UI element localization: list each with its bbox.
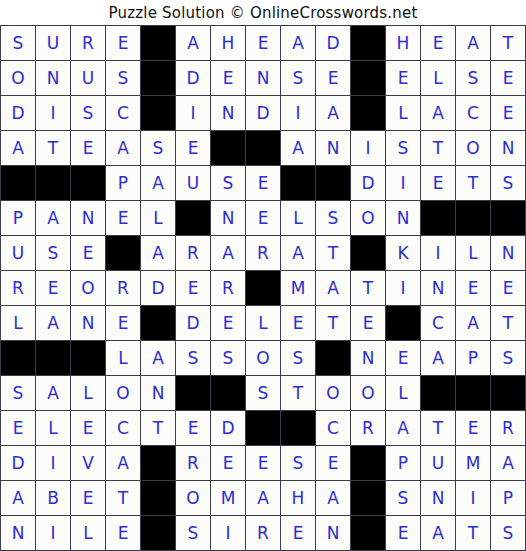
letter-cell[interactable]: I (421, 236, 455, 270)
letter-cell[interactable]: H (281, 481, 315, 515)
letter-cell[interactable]: N (36, 61, 70, 95)
black-cell (351, 236, 385, 270)
black-cell (36, 166, 70, 200)
letter-cell[interactable]: T (456, 166, 490, 200)
letter-cell[interactable]: U (36, 26, 70, 60)
letter-cell[interactable]: N (386, 201, 420, 235)
letter-cell[interactable]: L (36, 411, 70, 445)
letter-cell[interactable]: N (211, 201, 245, 235)
letter-cell[interactable]: A (141, 236, 175, 270)
letter-cell[interactable]: S (1, 376, 35, 410)
letter-cell[interactable]: D (1, 446, 35, 480)
letter-cell[interactable]: D (1, 96, 35, 130)
letter-cell[interactable]: P (456, 341, 490, 375)
letter-cell[interactable]: I (386, 271, 420, 305)
letter-cell[interactable]: O (71, 271, 105, 305)
letter-cell[interactable]: L (386, 376, 420, 410)
letter-cell[interactable]: R (1, 271, 35, 305)
letter-cell[interactable]: R (491, 411, 525, 445)
letter-cell[interactable]: E (1, 411, 35, 445)
letter-cell[interactable]: E (491, 61, 525, 95)
letter-cell[interactable]: D (316, 26, 350, 60)
black-cell (351, 26, 385, 60)
letter-cell[interactable]: N (1, 516, 35, 550)
letter-cell[interactable]: E (456, 271, 490, 305)
letter-cell[interactable]: S (176, 516, 210, 550)
letter-cell[interactable]: A (211, 236, 245, 270)
letter-cell[interactable]: S (386, 131, 420, 165)
letter-cell[interactable]: P (1, 201, 35, 235)
crossword-page: Puzzle Solution © OnlineCrosswords.net S… (0, 0, 526, 551)
letter-cell[interactable]: L (386, 96, 420, 130)
letter-cell[interactable]: N (211, 96, 245, 130)
letter-cell[interactable]: O (351, 376, 385, 410)
letter-cell[interactable]: D (211, 411, 245, 445)
black-cell (351, 516, 385, 550)
letter-cell[interactable]: E (386, 341, 420, 375)
letter-cell[interactable]: S (491, 166, 525, 200)
letter-cell[interactable]: L (141, 201, 175, 235)
letter-cell[interactable]: M (211, 481, 245, 515)
letter-cell[interactable]: L (1, 306, 35, 340)
letter-cell[interactable]: E (106, 201, 140, 235)
black-cell (246, 411, 280, 445)
letter-cell[interactable]: E (491, 271, 525, 305)
letter-cell[interactable]: E (211, 306, 245, 340)
letter-cell[interactable]: I (211, 516, 245, 550)
letter-cell[interactable]: A (281, 236, 315, 270)
black-cell (456, 376, 490, 410)
letter-cell[interactable]: S (211, 341, 245, 375)
black-cell (141, 61, 175, 95)
black-cell (491, 376, 525, 410)
letter-cell[interactable]: S (141, 131, 175, 165)
letter-cell[interactable]: S (491, 341, 525, 375)
letter-cell[interactable]: E (176, 131, 210, 165)
black-cell (316, 341, 350, 375)
black-cell (316, 166, 350, 200)
letter-cell[interactable]: R (246, 516, 280, 550)
letter-cell[interactable]: E (421, 166, 455, 200)
black-cell (141, 516, 175, 550)
letter-cell[interactable]: I (36, 96, 70, 130)
letter-cell[interactable]: I (456, 481, 490, 515)
letter-cell[interactable]: T (281, 376, 315, 410)
letter-cell[interactable]: E (421, 26, 455, 60)
letter-cell[interactable]: E (316, 61, 350, 95)
letter-cell[interactable]: E (106, 26, 140, 60)
letter-cell[interactable]: E (491, 96, 525, 130)
black-cell (71, 341, 105, 375)
page-title: Puzzle Solution © OnlineCrosswords.net (108, 4, 417, 22)
letter-cell[interactable]: R (246, 236, 280, 270)
letter-cell[interactable]: A (456, 26, 490, 60)
black-cell (281, 411, 315, 445)
letter-cell[interactable]: T (106, 481, 140, 515)
letter-cell[interactable]: E (281, 306, 315, 340)
letter-cell[interactable]: T (316, 306, 350, 340)
letter-cell[interactable]: A (456, 306, 490, 340)
letter-cell[interactable]: D (246, 96, 280, 130)
letter-cell[interactable]: O (316, 376, 350, 410)
letter-cell[interactable]: E (36, 271, 70, 305)
letter-cell[interactable]: A (36, 201, 70, 235)
letter-cell[interactable]: E (71, 481, 105, 515)
letter-cell[interactable]: N (71, 306, 105, 340)
black-cell (421, 376, 455, 410)
letter-cell[interactable]: B (36, 481, 70, 515)
black-cell (386, 306, 420, 340)
black-cell (456, 201, 490, 235)
letter-cell[interactable]: I (176, 96, 210, 130)
letter-cell[interactable]: A (421, 96, 455, 130)
letter-cell[interactable]: U (1, 236, 35, 270)
letter-cell[interactable]: L (71, 376, 105, 410)
black-cell (141, 481, 175, 515)
letter-cell[interactable]: E (246, 201, 280, 235)
letter-cell[interactable]: I (281, 96, 315, 130)
letter-cell[interactable]: E (71, 411, 105, 445)
letter-cell[interactable]: U (71, 61, 105, 95)
letter-cell[interactable]: S (281, 341, 315, 375)
letter-cell[interactable]: L (246, 306, 280, 340)
black-cell (1, 341, 35, 375)
black-cell (36, 341, 70, 375)
letter-cell[interactable]: T (316, 236, 350, 270)
letter-cell[interactable]: T (491, 26, 525, 60)
letter-cell[interactable]: R (211, 271, 245, 305)
letter-cell[interactable]: S (456, 61, 490, 95)
letter-cell[interactable]: I (351, 131, 385, 165)
letter-cell[interactable]: E (106, 306, 140, 340)
letter-cell[interactable]: A (36, 376, 70, 410)
letter-cell[interactable]: A (491, 446, 525, 480)
letter-cell[interactable]: R (71, 26, 105, 60)
letter-cell[interactable]: T (421, 411, 455, 445)
letter-cell[interactable]: E (246, 26, 280, 60)
letter-cell[interactable]: O (106, 376, 140, 410)
crossword-grid: SUREAHEADHEATONUSDENSEELSEDISCINDIALACEA… (0, 25, 526, 551)
letter-cell[interactable]: U (421, 446, 455, 480)
letter-cell[interactable]: A (141, 341, 175, 375)
letter-cell[interactable]: T (456, 516, 490, 550)
black-cell (141, 26, 175, 60)
letter-cell[interactable]: S (281, 446, 315, 480)
letter-cell[interactable]: C (106, 411, 140, 445)
letter-cell[interactable]: A (281, 26, 315, 60)
black-cell (491, 201, 525, 235)
letter-cell[interactable]: H (386, 26, 420, 60)
letter-cell[interactable]: E (106, 516, 140, 550)
letter-cell[interactable]: S (71, 96, 105, 130)
letter-cell[interactable]: E (246, 166, 280, 200)
letter-cell[interactable]: N (491, 131, 525, 165)
letter-cell[interactable]: E (211, 61, 245, 95)
letter-cell[interactable]: C (316, 411, 350, 445)
black-cell (141, 306, 175, 340)
letter-cell[interactable]: A (316, 271, 350, 305)
letter-cell[interactable]: E (456, 411, 490, 445)
letter-cell[interactable]: A (421, 341, 455, 375)
black-cell (71, 166, 105, 200)
letter-cell[interactable]: N (71, 201, 105, 235)
letter-cell[interactable]: I (386, 166, 420, 200)
black-cell (351, 446, 385, 480)
black-cell (176, 376, 210, 410)
black-cell (246, 271, 280, 305)
letter-cell[interactable]: O (246, 341, 280, 375)
letter-cell[interactable]: L (71, 516, 105, 550)
letter-cell[interactable]: A (281, 131, 315, 165)
letter-cell[interactable]: S (106, 61, 140, 95)
letter-cell[interactable]: E (176, 271, 210, 305)
letter-cell[interactable]: E (386, 516, 420, 550)
black-cell (1, 166, 35, 200)
letter-cell[interactable]: K (386, 236, 420, 270)
letter-cell[interactable]: P (386, 446, 420, 480)
letter-cell[interactable]: E (176, 411, 210, 445)
letter-cell[interactable]: O (351, 201, 385, 235)
letter-cell[interactable]: S (1, 26, 35, 60)
letter-cell[interactable]: A (106, 131, 140, 165)
letter-cell[interactable]: R (106, 271, 140, 305)
letter-cell[interactable]: R (176, 446, 210, 480)
letter-cell[interactable]: A (36, 306, 70, 340)
letter-cell[interactable]: S (246, 376, 280, 410)
letter-cell[interactable]: D (176, 306, 210, 340)
black-cell (141, 446, 175, 480)
letter-cell[interactable]: A (386, 411, 420, 445)
letter-cell[interactable]: E (351, 306, 385, 340)
letter-cell[interactable]: L (456, 236, 490, 270)
letter-cell[interactable]: C (421, 306, 455, 340)
letter-cell[interactable]: E (71, 236, 105, 270)
letter-cell[interactable]: N (316, 516, 350, 550)
black-cell (106, 236, 140, 270)
letter-cell[interactable]: S (211, 166, 245, 200)
letter-cell[interactable]: T (351, 271, 385, 305)
letter-cell[interactable]: T (491, 306, 525, 340)
letter-cell[interactable]: N (316, 131, 350, 165)
letter-cell[interactable]: N (421, 271, 455, 305)
letter-cell[interactable]: S (176, 341, 210, 375)
letter-cell[interactable]: L (281, 201, 315, 235)
black-cell (351, 481, 385, 515)
letter-cell[interactable]: P (491, 481, 525, 515)
letter-cell[interactable]: D (176, 61, 210, 95)
letter-cell[interactable]: E (281, 516, 315, 550)
letter-cell[interactable]: S (491, 516, 525, 550)
letter-cell[interactable]: E (211, 446, 245, 480)
black-cell (351, 96, 385, 130)
letter-cell[interactable]: S (36, 236, 70, 270)
letter-cell[interactable]: S (281, 61, 315, 95)
title-bar: Puzzle Solution © OnlineCrosswords.net (0, 0, 526, 25)
letter-cell[interactable]: E (71, 131, 105, 165)
letter-cell[interactable]: E (246, 446, 280, 480)
letter-cell[interactable]: E (386, 61, 420, 95)
letter-cell[interactable]: D (351, 166, 385, 200)
letter-cell[interactable]: A (246, 481, 280, 515)
letter-cell[interactable]: D (141, 271, 175, 305)
letter-cell[interactable]: R (176, 236, 210, 270)
letter-cell[interactable]: T (421, 131, 455, 165)
letter-cell[interactable]: V (71, 446, 105, 480)
letter-cell[interactable]: M (281, 271, 315, 305)
letter-cell[interactable]: C (106, 96, 140, 130)
letter-cell[interactable]: A (106, 446, 140, 480)
letter-cell[interactable]: R (351, 411, 385, 445)
black-cell (421, 201, 455, 235)
letter-cell[interactable]: N (246, 61, 280, 95)
letter-cell[interactable]: A (141, 166, 175, 200)
black-cell (246, 131, 280, 165)
letter-cell[interactable]: O (456, 131, 490, 165)
letter-cell[interactable]: T (36, 131, 70, 165)
letter-cell[interactable]: P (106, 166, 140, 200)
letter-cell[interactable]: S (316, 201, 350, 235)
letter-cell[interactable]: S (386, 481, 420, 515)
letter-cell[interactable]: A (176, 26, 210, 60)
black-cell (176, 201, 210, 235)
letter-cell[interactable]: T (141, 411, 175, 445)
letter-cell[interactable]: N (491, 236, 525, 270)
letter-cell[interactable]: N (141, 376, 175, 410)
letter-cell[interactable]: U (176, 166, 210, 200)
black-cell (351, 61, 385, 95)
black-cell (211, 376, 245, 410)
letter-cell[interactable]: A (421, 516, 455, 550)
letter-cell[interactable]: L (106, 341, 140, 375)
letter-cell[interactable]: A (1, 131, 35, 165)
letter-cell[interactable]: O (1, 61, 35, 95)
letter-cell[interactable]: A (1, 481, 35, 515)
letter-cell[interactable]: M (456, 446, 490, 480)
letter-cell[interactable]: N (421, 481, 455, 515)
letter-cell[interactable]: I (36, 446, 70, 480)
letter-cell[interactable]: C (456, 96, 490, 130)
letter-cell[interactable]: I (36, 516, 70, 550)
letter-cell[interactable]: L (421, 61, 455, 95)
letter-cell[interactable]: H (211, 26, 245, 60)
letter-cell[interactable]: N (351, 341, 385, 375)
letter-cell[interactable]: E (316, 446, 350, 480)
letter-cell[interactable]: A (316, 481, 350, 515)
black-cell (281, 166, 315, 200)
letter-cell[interactable]: O (176, 481, 210, 515)
letter-cell[interactable]: A (316, 96, 350, 130)
black-cell (141, 96, 175, 130)
black-cell (211, 131, 245, 165)
